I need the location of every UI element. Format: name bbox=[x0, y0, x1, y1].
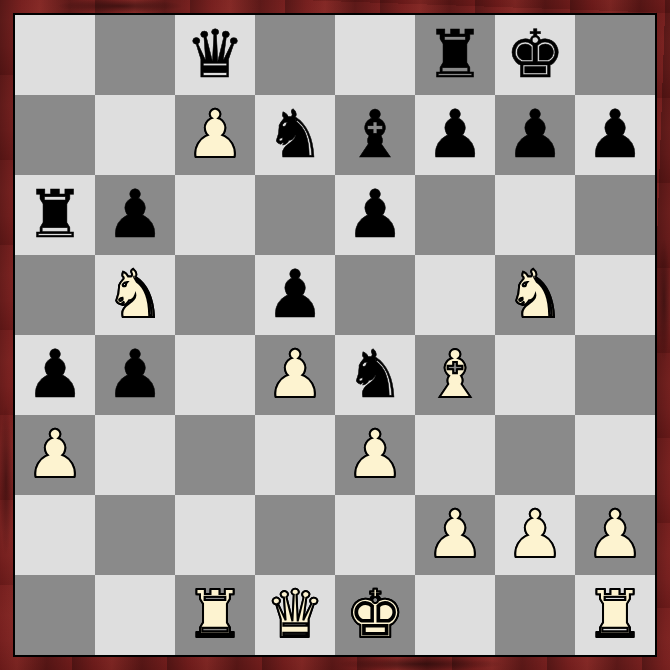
piece-white-rook-h1[interactable]: ♜ bbox=[575, 575, 655, 655]
square-e6[interactable]: ♟ bbox=[335, 175, 415, 255]
square-b3[interactable] bbox=[95, 415, 175, 495]
piece-white-pawn-h2[interactable]: ♟ bbox=[575, 495, 655, 575]
square-b8[interactable] bbox=[95, 15, 175, 95]
square-b4[interactable]: ♟ bbox=[95, 335, 175, 415]
piece-black-queen-c8[interactable]: ♛ bbox=[175, 15, 255, 95]
piece-white-king-e1[interactable]: ♚ bbox=[335, 575, 415, 655]
piece-black-pawn-a4[interactable]: ♟ bbox=[15, 335, 95, 415]
piece-black-knight-e4[interactable]: ♞ bbox=[335, 335, 415, 415]
square-d2[interactable] bbox=[255, 495, 335, 575]
square-f3[interactable] bbox=[415, 415, 495, 495]
square-f8[interactable]: ♜ bbox=[415, 15, 495, 95]
square-c6[interactable] bbox=[175, 175, 255, 255]
square-g2[interactable]: ♟ bbox=[495, 495, 575, 575]
square-a8[interactable] bbox=[15, 15, 95, 95]
piece-black-knight-d7[interactable]: ♞ bbox=[255, 95, 335, 175]
piece-black-king-g8[interactable]: ♚ bbox=[495, 15, 575, 95]
square-c7[interactable]: ♟ bbox=[175, 95, 255, 175]
piece-black-pawn-f7[interactable]: ♟ bbox=[415, 95, 495, 175]
square-d5[interactable]: ♟ bbox=[255, 255, 335, 335]
square-d7[interactable]: ♞ bbox=[255, 95, 335, 175]
square-d8[interactable] bbox=[255, 15, 335, 95]
piece-black-pawn-d5[interactable]: ♟ bbox=[255, 255, 335, 335]
square-e3[interactable]: ♟ bbox=[335, 415, 415, 495]
square-c2[interactable] bbox=[175, 495, 255, 575]
square-f6[interactable] bbox=[415, 175, 495, 255]
square-a7[interactable] bbox=[15, 95, 95, 175]
square-d1[interactable]: ♛ bbox=[255, 575, 335, 655]
square-c1[interactable]: ♜ bbox=[175, 575, 255, 655]
square-d6[interactable] bbox=[255, 175, 335, 255]
piece-black-pawn-g7[interactable]: ♟ bbox=[495, 95, 575, 175]
square-c8[interactable]: ♛ bbox=[175, 15, 255, 95]
square-f4[interactable]: ♝ bbox=[415, 335, 495, 415]
square-a1[interactable] bbox=[15, 575, 95, 655]
square-f7[interactable]: ♟ bbox=[415, 95, 495, 175]
board-frame: ♛♜♚♟♞♝♟♟♟♜♟♟♞♟♞♟♟♟♞♝♟♟♟♟♟♜♛♚♜ bbox=[0, 0, 670, 670]
square-c4[interactable] bbox=[175, 335, 255, 415]
piece-black-pawn-e6[interactable]: ♟ bbox=[335, 175, 415, 255]
square-g4[interactable] bbox=[495, 335, 575, 415]
square-h1[interactable]: ♜ bbox=[575, 575, 655, 655]
square-g1[interactable] bbox=[495, 575, 575, 655]
piece-black-pawn-b4[interactable]: ♟ bbox=[95, 335, 175, 415]
square-e2[interactable] bbox=[335, 495, 415, 575]
piece-white-knight-g5[interactable]: ♞ bbox=[495, 255, 575, 335]
chess-board: ♛♜♚♟♞♝♟♟♟♜♟♟♞♟♞♟♟♟♞♝♟♟♟♟♟♜♛♚♜ bbox=[15, 15, 655, 655]
square-a6[interactable]: ♜ bbox=[15, 175, 95, 255]
square-b6[interactable]: ♟ bbox=[95, 175, 175, 255]
square-d3[interactable] bbox=[255, 415, 335, 495]
piece-black-pawn-h7[interactable]: ♟ bbox=[575, 95, 655, 175]
square-a2[interactable] bbox=[15, 495, 95, 575]
piece-black-rook-a6[interactable]: ♜ bbox=[15, 175, 95, 255]
square-e1[interactable]: ♚ bbox=[335, 575, 415, 655]
square-f2[interactable]: ♟ bbox=[415, 495, 495, 575]
square-c5[interactable] bbox=[175, 255, 255, 335]
piece-white-pawn-e3[interactable]: ♟ bbox=[335, 415, 415, 495]
square-b1[interactable] bbox=[95, 575, 175, 655]
square-e4[interactable]: ♞ bbox=[335, 335, 415, 415]
square-a5[interactable] bbox=[15, 255, 95, 335]
square-h3[interactable] bbox=[575, 415, 655, 495]
square-g6[interactable] bbox=[495, 175, 575, 255]
piece-white-queen-d1[interactable]: ♛ bbox=[255, 575, 335, 655]
piece-black-pawn-b6[interactable]: ♟ bbox=[95, 175, 175, 255]
piece-white-pawn-g2[interactable]: ♟ bbox=[495, 495, 575, 575]
square-e7[interactable]: ♝ bbox=[335, 95, 415, 175]
piece-white-knight-b5[interactable]: ♞ bbox=[95, 255, 175, 335]
piece-white-pawn-f2[interactable]: ♟ bbox=[415, 495, 495, 575]
square-h2[interactable]: ♟ bbox=[575, 495, 655, 575]
square-h5[interactable] bbox=[575, 255, 655, 335]
piece-white-pawn-a3[interactable]: ♟ bbox=[15, 415, 95, 495]
square-g5[interactable]: ♞ bbox=[495, 255, 575, 335]
piece-white-bishop-f4[interactable]: ♝ bbox=[415, 335, 495, 415]
square-g7[interactable]: ♟ bbox=[495, 95, 575, 175]
square-b7[interactable] bbox=[95, 95, 175, 175]
square-f5[interactable] bbox=[415, 255, 495, 335]
square-b2[interactable] bbox=[95, 495, 175, 575]
square-g8[interactable]: ♚ bbox=[495, 15, 575, 95]
board-border-line: ♛♜♚♟♞♝♟♟♟♜♟♟♞♟♞♟♟♟♞♝♟♟♟♟♟♜♛♚♜ bbox=[13, 13, 657, 657]
square-c3[interactable] bbox=[175, 415, 255, 495]
square-h8[interactable] bbox=[575, 15, 655, 95]
square-f1[interactable] bbox=[415, 575, 495, 655]
piece-white-pawn-d4[interactable]: ♟ bbox=[255, 335, 335, 415]
square-h4[interactable] bbox=[575, 335, 655, 415]
piece-white-pawn-c7[interactable]: ♟ bbox=[175, 95, 255, 175]
piece-white-rook-c1[interactable]: ♜ bbox=[175, 575, 255, 655]
square-g3[interactable] bbox=[495, 415, 575, 495]
square-h7[interactable]: ♟ bbox=[575, 95, 655, 175]
square-h6[interactable] bbox=[575, 175, 655, 255]
square-e8[interactable] bbox=[335, 15, 415, 95]
square-b5[interactable]: ♞ bbox=[95, 255, 175, 335]
piece-black-rook-f8[interactable]: ♜ bbox=[415, 15, 495, 95]
square-e5[interactable] bbox=[335, 255, 415, 335]
square-a4[interactable]: ♟ bbox=[15, 335, 95, 415]
square-a3[interactable]: ♟ bbox=[15, 415, 95, 495]
piece-black-bishop-e7[interactable]: ♝ bbox=[335, 95, 415, 175]
square-d4[interactable]: ♟ bbox=[255, 335, 335, 415]
